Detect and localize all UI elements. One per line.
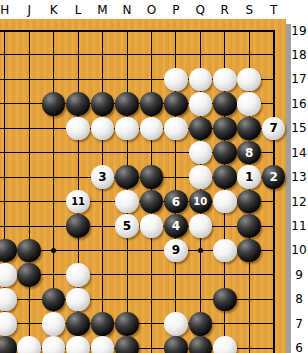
stone-white-K6[interactable] [42, 336, 66, 353]
stone-white-R10[interactable] [213, 239, 237, 263]
stone-white-L6[interactable] [66, 336, 90, 353]
row-label-7: 7 [291, 317, 308, 331]
move-number-label: 6 [172, 195, 180, 209]
column-label-O: O [141, 3, 161, 17]
stone-black-K16[interactable] [42, 92, 66, 116]
row-label-17: 17 [291, 72, 308, 86]
row-label-16: 16 [291, 97, 308, 111]
stone-white-R6[interactable] [213, 336, 237, 353]
move-number-label: 8 [245, 146, 253, 160]
stone-black-R16[interactable] [213, 92, 237, 116]
column-label-K: K [44, 3, 64, 17]
stone-black-S12[interactable] [237, 190, 261, 214]
stone-white-N11[interactable]: 5 [115, 214, 139, 238]
stone-black-S11[interactable] [237, 214, 261, 238]
stone-white-M15[interactable] [91, 117, 115, 141]
move-number-label: 9 [172, 243, 180, 257]
stone-black-N16[interactable] [115, 92, 139, 116]
stone-black-R15[interactable] [213, 117, 237, 141]
stone-white-O11[interactable] [140, 214, 164, 238]
stone-white-H7[interactable] [0, 312, 17, 336]
stone-black-L11[interactable] [66, 214, 90, 238]
stone-white-S13[interactable]: 1 [237, 165, 261, 189]
column-label-T: T [264, 3, 284, 17]
move-number-label: 2 [269, 170, 277, 184]
stone-black-Q15[interactable] [189, 117, 213, 141]
stone-black-R8[interactable] [213, 288, 237, 312]
move-number-label: 10 [193, 196, 207, 207]
stone-black-T13[interactable]: 2 [262, 165, 286, 189]
stone-black-S10[interactable] [237, 239, 261, 263]
stone-black-Q7[interactable] [189, 312, 213, 336]
row-label-10: 10 [291, 243, 308, 257]
stone-white-N12[interactable] [115, 190, 139, 214]
column-label-J: J [19, 3, 39, 17]
star-point-Q10 [198, 248, 203, 253]
stone-white-Q11[interactable] [189, 214, 213, 238]
stone-white-M13[interactable]: 3 [91, 165, 115, 189]
stone-white-P7[interactable] [164, 312, 188, 336]
stone-black-J9[interactable] [17, 263, 41, 287]
column-label-H: H [0, 3, 15, 17]
stone-white-M6[interactable] [91, 336, 115, 353]
move-number-label: 7 [269, 121, 277, 135]
row-label-6: 6 [291, 341, 308, 353]
stone-black-O13[interactable] [140, 165, 164, 189]
stone-black-P16[interactable] [164, 92, 188, 116]
stone-black-N13[interactable] [115, 165, 139, 189]
move-number-label: 11 [71, 196, 85, 207]
stone-black-P6[interactable] [164, 336, 188, 353]
row-label-11: 11 [291, 219, 308, 233]
stone-black-L16[interactable] [66, 92, 90, 116]
row-label-14: 14 [291, 146, 308, 160]
row-label-9: 9 [291, 268, 308, 282]
stone-white-P15[interactable] [164, 117, 188, 141]
stone-white-J6[interactable] [17, 336, 41, 353]
grid-line-col-T [273, 30, 275, 353]
row-label-12: 12 [291, 195, 308, 209]
grid-line-row-18 [0, 54, 275, 55]
stone-white-K7[interactable] [42, 312, 66, 336]
stone-white-N15[interactable] [115, 117, 139, 141]
column-label-S: S [239, 3, 259, 17]
stone-white-L9[interactable] [66, 263, 90, 287]
move-number-label: 5 [123, 219, 131, 233]
grid-line-row-9 [0, 274, 275, 275]
row-label-13: 13 [291, 170, 308, 184]
stone-black-R13[interactable] [213, 165, 237, 189]
stone-black-R14[interactable] [213, 141, 237, 165]
stone-black-M16[interactable] [91, 92, 115, 116]
stone-black-N7[interactable] [115, 312, 139, 336]
column-label-N: N [117, 3, 137, 17]
column-label-M: M [93, 3, 113, 17]
stone-black-S15[interactable] [237, 117, 261, 141]
stone-black-P11[interactable]: 4 [164, 214, 188, 238]
column-label-R: R [215, 3, 235, 17]
grid-line-row-19 [0, 30, 275, 32]
stone-black-O16[interactable] [140, 92, 164, 116]
row-label-8: 8 [291, 292, 308, 306]
stone-white-P10[interactable]: 9 [164, 239, 188, 263]
row-label-19: 19 [291, 24, 308, 38]
stone-white-L12[interactable]: 11 [66, 190, 90, 214]
move-number-label: 4 [172, 219, 180, 233]
stone-black-P12[interactable]: 6 [164, 190, 188, 214]
stone-white-S17[interactable] [237, 68, 261, 92]
grid-line-col-J [29, 30, 30, 353]
stone-white-R17[interactable] [213, 68, 237, 92]
stone-white-L8[interactable] [66, 288, 90, 312]
move-number-label: 1 [245, 170, 253, 184]
stone-white-Q13[interactable] [189, 165, 213, 189]
stone-black-N6[interactable] [115, 336, 139, 353]
stone-white-Q16[interactable] [189, 92, 213, 116]
stone-black-J10[interactable] [17, 239, 41, 263]
stone-white-R12[interactable] [213, 190, 237, 214]
stone-white-P17[interactable] [164, 68, 188, 92]
move-number-label: 3 [98, 170, 106, 184]
grid-line-col-M [102, 30, 103, 353]
go-diagram: HJKLMNOPQRST 191817161514131211109876 78… [0, 0, 308, 353]
stone-black-M7[interactable] [91, 312, 115, 336]
column-label-P: P [166, 3, 186, 17]
stone-black-L7[interactable] [66, 312, 90, 336]
stone-white-O15[interactable] [140, 117, 164, 141]
stone-white-S16[interactable] [237, 92, 261, 116]
stone-black-Q6[interactable] [189, 336, 213, 353]
column-label-L: L [68, 3, 88, 17]
column-label-Q: Q [190, 3, 210, 17]
row-label-15: 15 [291, 121, 308, 135]
stone-white-Q17[interactable] [189, 68, 213, 92]
row-label-18: 18 [291, 48, 308, 62]
stone-white-L15[interactable] [66, 117, 90, 141]
